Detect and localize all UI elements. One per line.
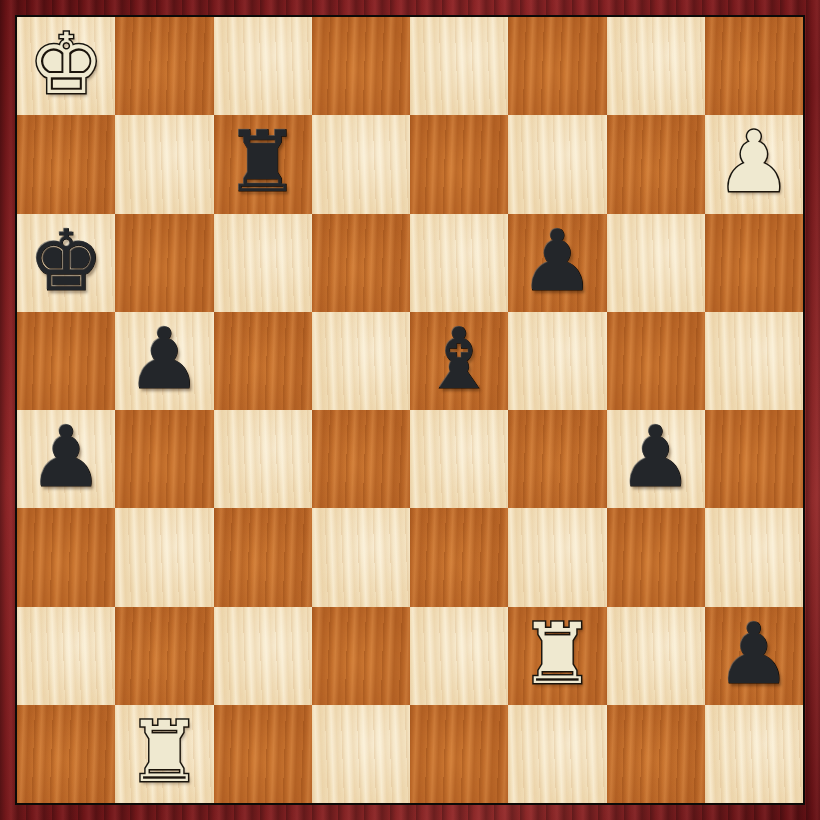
piece-black-bishop[interactable]: ♝: [421, 317, 496, 401]
square-g2[interactable]: [607, 607, 705, 705]
square-a5[interactable]: [17, 312, 115, 410]
square-g6[interactable]: [607, 214, 705, 312]
piece-white-king[interactable]: ♚: [28, 22, 103, 106]
square-d3[interactable]: [312, 508, 410, 606]
square-d8[interactable]: [312, 17, 410, 115]
piece-black-pawn[interactable]: ♟: [127, 317, 202, 401]
square-e3[interactable]: [410, 508, 508, 606]
square-b7[interactable]: [115, 115, 213, 213]
piece-black-king[interactable]: ♚: [28, 219, 103, 303]
square-a8[interactable]: ♚: [17, 17, 115, 115]
square-c1[interactable]: [214, 705, 312, 803]
square-f5[interactable]: [508, 312, 606, 410]
square-h3[interactable]: [705, 508, 803, 606]
square-b6[interactable]: [115, 214, 213, 312]
square-d1[interactable]: [312, 705, 410, 803]
square-a1[interactable]: [17, 705, 115, 803]
square-f8[interactable]: [508, 17, 606, 115]
piece-white-rook[interactable]: ♜: [520, 612, 595, 696]
piece-black-rook[interactable]: ♜: [225, 120, 300, 204]
square-c6[interactable]: [214, 214, 312, 312]
square-a6[interactable]: ♚: [17, 214, 115, 312]
piece-black-pawn[interactable]: ♟: [520, 219, 595, 303]
square-e6[interactable]: [410, 214, 508, 312]
square-d6[interactable]: [312, 214, 410, 312]
square-e4[interactable]: [410, 410, 508, 508]
square-c2[interactable]: [214, 607, 312, 705]
square-e1[interactable]: [410, 705, 508, 803]
square-e8[interactable]: [410, 17, 508, 115]
piece-black-pawn[interactable]: ♟: [618, 415, 693, 499]
square-g7[interactable]: [607, 115, 705, 213]
square-h7[interactable]: ♟: [705, 115, 803, 213]
square-f4[interactable]: [508, 410, 606, 508]
square-d7[interactable]: [312, 115, 410, 213]
piece-black-pawn[interactable]: ♟: [716, 612, 791, 696]
square-b1[interactable]: ♜: [115, 705, 213, 803]
square-d2[interactable]: [312, 607, 410, 705]
square-a7[interactable]: [17, 115, 115, 213]
square-h4[interactable]: [705, 410, 803, 508]
square-g3[interactable]: [607, 508, 705, 606]
square-h5[interactable]: [705, 312, 803, 410]
square-a4[interactable]: ♟: [17, 410, 115, 508]
square-b5[interactable]: ♟: [115, 312, 213, 410]
board-frame: ♚♜♟♚♟♟♝♟♟♜♟♜: [0, 0, 820, 820]
square-f1[interactable]: [508, 705, 606, 803]
square-d4[interactable]: [312, 410, 410, 508]
square-c5[interactable]: [214, 312, 312, 410]
square-c8[interactable]: [214, 17, 312, 115]
square-f7[interactable]: [508, 115, 606, 213]
square-b4[interactable]: [115, 410, 213, 508]
square-b2[interactable]: [115, 607, 213, 705]
square-f2[interactable]: ♜: [508, 607, 606, 705]
square-e7[interactable]: [410, 115, 508, 213]
square-e2[interactable]: [410, 607, 508, 705]
square-h2[interactable]: ♟: [705, 607, 803, 705]
square-e5[interactable]: ♝: [410, 312, 508, 410]
square-f6[interactable]: ♟: [508, 214, 606, 312]
square-g1[interactable]: [607, 705, 705, 803]
square-h6[interactable]: [705, 214, 803, 312]
piece-white-pawn[interactable]: ♟: [716, 120, 791, 204]
square-a3[interactable]: [17, 508, 115, 606]
square-a2[interactable]: [17, 607, 115, 705]
square-b3[interactable]: [115, 508, 213, 606]
square-h8[interactable]: [705, 17, 803, 115]
piece-white-rook[interactable]: ♜: [127, 710, 202, 794]
piece-black-pawn[interactable]: ♟: [28, 415, 103, 499]
square-b8[interactable]: [115, 17, 213, 115]
square-g4[interactable]: ♟: [607, 410, 705, 508]
square-c4[interactable]: [214, 410, 312, 508]
square-c3[interactable]: [214, 508, 312, 606]
chess-board: ♚♜♟♚♟♟♝♟♟♜♟♜: [15, 15, 805, 805]
square-f3[interactable]: [508, 508, 606, 606]
square-g8[interactable]: [607, 17, 705, 115]
square-h1[interactable]: [705, 705, 803, 803]
square-d5[interactable]: [312, 312, 410, 410]
square-c7[interactable]: ♜: [214, 115, 312, 213]
square-g5[interactable]: [607, 312, 705, 410]
